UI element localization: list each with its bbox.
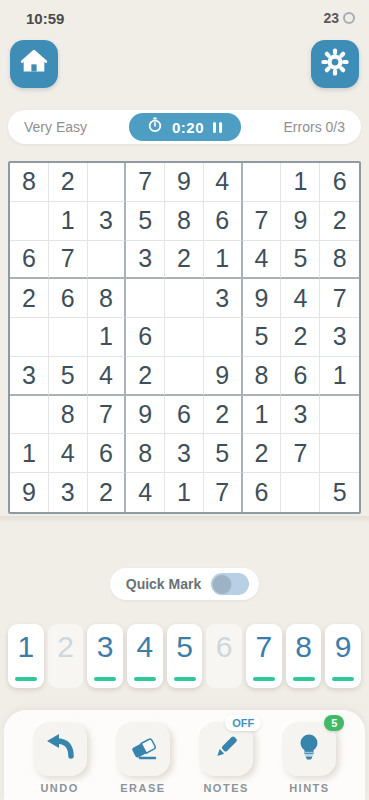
undo-icon	[44, 731, 76, 767]
cell-r9c9[interactable]: 5	[320, 473, 359, 512]
numpad-underline	[15, 677, 37, 681]
numpad-key-7[interactable]: 7	[246, 624, 282, 688]
numpad-digit: 3	[97, 632, 114, 662]
cell-r9c1[interactable]: 9	[10, 473, 49, 512]
cell-r6c5[interactable]	[165, 357, 204, 396]
cell-r4c6[interactable]: 3	[204, 279, 243, 318]
cell-r5c6[interactable]	[204, 318, 243, 357]
home-button[interactable]	[10, 40, 58, 88]
bottom-toolbar: UNDO ERASE OFF	[4, 710, 365, 800]
cell-r5c9[interactable]: 3	[320, 318, 359, 357]
cell-r2c5[interactable]: 8	[165, 202, 204, 241]
numpad-underline	[293, 677, 315, 681]
numpad-key-8[interactable]: 8	[286, 624, 322, 688]
cell-r6c7[interactable]: 8	[243, 357, 282, 396]
cell-r2c2[interactable]: 1	[49, 202, 88, 241]
cell-r3c7[interactable]: 4	[243, 241, 282, 280]
cell-r8c7[interactable]: 2	[243, 434, 282, 473]
cell-r4c3[interactable]: 8	[88, 279, 127, 318]
cell-r6c1[interactable]: 3	[10, 357, 49, 396]
notes-badge: OFF	[225, 715, 261, 731]
cell-r4c1[interactable]: 2	[10, 279, 49, 318]
numpad-underline	[174, 677, 196, 681]
numpad-digit: 7	[256, 632, 273, 662]
numpad-digit: 5	[176, 632, 193, 662]
cell-r9c5[interactable]: 1	[165, 473, 204, 512]
cell-r9c8[interactable]	[281, 473, 320, 512]
battery-percent: 23	[323, 10, 339, 26]
cell-r1c3[interactable]	[88, 163, 127, 202]
cell-r6c6[interactable]: 9	[204, 357, 243, 396]
numpad-digit: 1	[17, 632, 34, 662]
cell-r3c4[interactable]: 3	[126, 241, 165, 280]
cell-r8c9[interactable]	[320, 434, 359, 473]
numpad-key-2: 2	[48, 624, 84, 688]
cell-r6c4[interactable]: 2	[126, 357, 165, 396]
status-bar: 10:59 23	[0, 0, 369, 30]
board-divider	[0, 516, 369, 524]
cell-r5c4[interactable]: 6	[126, 318, 165, 357]
cell-r2c6[interactable]: 6	[204, 202, 243, 241]
cell-r3c9[interactable]: 8	[320, 241, 359, 280]
cell-r8c1[interactable]: 1	[10, 434, 49, 473]
cell-r9c3[interactable]: 2	[88, 473, 127, 512]
battery-icon	[343, 12, 355, 24]
numpad-digit: 8	[295, 632, 312, 662]
undo-button[interactable]: UNDO	[33, 722, 87, 794]
game-status-bar: Very Easy 0:20 Errors 0/3	[8, 110, 361, 144]
cell-r3c5[interactable]: 2	[165, 241, 204, 280]
cell-r9c4[interactable]: 4	[126, 473, 165, 512]
cell-r2c4[interactable]: 5	[126, 202, 165, 241]
numpad-digit: 6	[216, 632, 233, 662]
cell-r2c1[interactable]	[10, 202, 49, 241]
cell-r3c2[interactable]: 7	[49, 241, 88, 280]
numpad-key-3[interactable]: 3	[87, 624, 123, 688]
cell-r2c7[interactable]: 7	[243, 202, 282, 241]
cell-r1c8[interactable]: 1	[281, 163, 320, 202]
cell-r7c9[interactable]	[320, 396, 359, 435]
cell-r6c9[interactable]: 1	[320, 357, 359, 396]
cell-r8c5[interactable]: 3	[165, 434, 204, 473]
cell-r9c2[interactable]: 3	[49, 473, 88, 512]
pencil-icon	[210, 731, 242, 767]
cell-r4c8[interactable]: 4	[281, 279, 320, 318]
cell-r7c8[interactable]: 3	[281, 396, 320, 435]
cell-r1c7[interactable]	[243, 163, 282, 202]
cell-r5c3[interactable]: 1	[88, 318, 127, 357]
cell-r7c7[interactable]: 1	[243, 396, 282, 435]
cell-r9c7[interactable]: 6	[243, 473, 282, 512]
cell-r1c2[interactable]: 2	[49, 163, 88, 202]
numpad-underline	[332, 677, 354, 681]
quick-mark-toggle[interactable]	[211, 573, 249, 595]
pause-icon[interactable]	[213, 122, 222, 133]
cell-r5c7[interactable]: 5	[243, 318, 282, 357]
timer-pill[interactable]: 0:20	[129, 113, 241, 141]
cell-r7c6[interactable]: 2	[204, 396, 243, 435]
cell-r6c2[interactable]: 5	[49, 357, 88, 396]
cell-r3c6[interactable]: 1	[204, 241, 243, 280]
quick-mark-pill: Quick Mark	[110, 568, 259, 600]
numpad-key-6: 6	[206, 624, 242, 688]
cell-r5c5[interactable]	[165, 318, 204, 357]
settings-button[interactable]	[311, 40, 359, 88]
cell-r3c3[interactable]	[88, 241, 127, 280]
cell-r1c9[interactable]: 6	[320, 163, 359, 202]
eraser-icon	[127, 731, 159, 767]
hints-button[interactable]: 5 HINTS	[282, 722, 336, 794]
toggle-knob	[213, 575, 231, 593]
cell-r1c5[interactable]: 9	[165, 163, 204, 202]
home-icon	[19, 47, 49, 81]
cell-r4c5[interactable]	[165, 279, 204, 318]
cell-r5c2[interactable]	[49, 318, 88, 357]
difficulty-label: Very Easy	[24, 119, 87, 135]
numpad-digit: 2	[57, 632, 74, 662]
cell-r4c2[interactable]: 6	[49, 279, 88, 318]
cell-r1c1[interactable]: 8	[10, 163, 49, 202]
numpad: 123456789	[8, 624, 361, 688]
cell-r4c4[interactable]	[126, 279, 165, 318]
notes-button[interactable]: OFF NOTES	[199, 722, 253, 794]
cell-r8c8[interactable]: 7	[281, 434, 320, 473]
cell-r7c5[interactable]: 6	[165, 396, 204, 435]
cell-r4c9[interactable]: 7	[320, 279, 359, 318]
numpad-key-9[interactable]: 9	[325, 624, 361, 688]
numpad-key-5[interactable]: 5	[167, 624, 203, 688]
clock: 10:59	[26, 10, 64, 27]
cell-r6c8[interactable]: 6	[281, 357, 320, 396]
numpad-underline	[134, 677, 156, 681]
erase-button[interactable]: ERASE	[116, 722, 170, 794]
cell-r6c3[interactable]: 4	[88, 357, 127, 396]
stopwatch-icon	[147, 117, 163, 137]
cell-r8c4[interactable]: 8	[126, 434, 165, 473]
quick-mark-label: Quick Mark	[126, 576, 201, 592]
numpad-digit: 4	[137, 632, 154, 662]
numpad-underline	[253, 677, 275, 681]
cell-r8c2[interactable]: 4	[49, 434, 88, 473]
lightbulb-icon	[293, 731, 325, 767]
cell-r5c8[interactable]: 2	[281, 318, 320, 357]
cell-r3c1[interactable]: 6	[10, 241, 49, 280]
cell-r2c8[interactable]: 9	[281, 202, 320, 241]
cell-r7c4[interactable]: 9	[126, 396, 165, 435]
cell-r8c3[interactable]: 6	[88, 434, 127, 473]
cell-r1c6[interactable]: 4	[204, 163, 243, 202]
cell-r8c6[interactable]: 5	[204, 434, 243, 473]
cell-r7c3[interactable]: 7	[88, 396, 127, 435]
cell-r4c7[interactable]: 9	[243, 279, 282, 318]
numpad-key-1[interactable]: 1	[8, 624, 44, 688]
gear-icon	[320, 47, 350, 81]
cell-r3c8[interactable]: 5	[281, 241, 320, 280]
sudoku-board: 8279416135867926732145826839471652335429…	[8, 161, 361, 514]
cell-r2c9[interactable]: 2	[320, 202, 359, 241]
cell-r5c1[interactable]	[10, 318, 49, 357]
cell-r1c4[interactable]: 7	[126, 163, 165, 202]
numpad-underline	[94, 677, 116, 681]
timer-value: 0:20	[172, 119, 204, 136]
cell-r9c6[interactable]: 7	[204, 473, 243, 512]
numpad-key-4[interactable]: 4	[127, 624, 163, 688]
cell-r2c3[interactable]: 3	[88, 202, 127, 241]
hints-badge: 5	[324, 715, 344, 731]
numpad-digit: 9	[335, 632, 352, 662]
errors-label: Errors 0/3	[284, 119, 345, 135]
cell-r7c1[interactable]	[10, 396, 49, 435]
cell-r7c2[interactable]: 8	[49, 396, 88, 435]
